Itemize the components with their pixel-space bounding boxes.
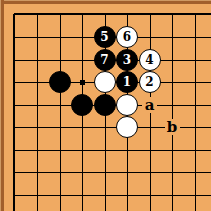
intersection-5-3: 7 [93,48,116,71]
go-board-diagram: 1234567ab [0,0,211,211]
point-label-a: a [142,97,157,113]
labeled-point-a: a [138,93,161,116]
star-point-cell [71,71,94,94]
intersection-6-6 [116,116,139,139]
intersection-5-5 [93,93,116,116]
point-label-b: b [165,119,180,135]
intersection-7-3: 4 [138,48,161,71]
intersection-6-5 [116,93,139,116]
black-stone [71,94,93,116]
white-stone-move-6: 6 [116,26,138,48]
star-point-hoshi [80,80,85,85]
black-stone-move-1: 1 [116,71,138,93]
intersection-3-4 [48,71,71,94]
white-stone [116,116,138,138]
intersection-5-2: 5 [93,26,116,49]
goban-intersections: 1234567ab [3,3,206,206]
black-stone [94,94,116,116]
intersection-6-4: 1 [116,71,139,94]
intersection-6-3: 3 [116,48,139,71]
black-stone-move-5: 5 [94,26,116,48]
white-stone-move-4: 4 [139,49,161,71]
black-stone [49,71,71,93]
black-stone-move-7: 7 [94,49,116,71]
intersection-4-5 [71,93,94,116]
white-stone [116,94,138,116]
labeled-point-b: b [161,116,184,139]
white-stone [94,71,116,93]
white-stone-move-2: 2 [139,71,161,93]
intersection-7-4: 2 [138,71,161,94]
intersection-6-2: 6 [116,26,139,49]
black-stone-move-3: 3 [116,49,138,71]
intersection-5-4 [93,71,116,94]
